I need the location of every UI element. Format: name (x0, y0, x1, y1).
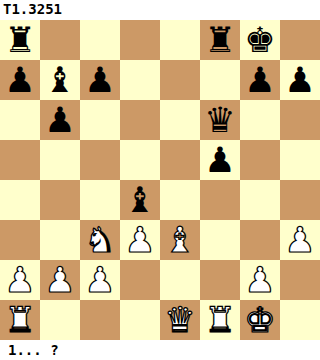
square-c5[interactable] (80, 140, 120, 180)
square-b1[interactable] (40, 300, 80, 340)
square-f1[interactable]: ♜ (200, 300, 240, 340)
white-king-g1[interactable]: ♚ (240, 300, 280, 340)
square-d4[interactable]: ♝ (120, 180, 160, 220)
square-c8[interactable] (80, 20, 120, 60)
square-b6[interactable]: ♟ (40, 100, 80, 140)
square-b2[interactable]: ♟ (40, 260, 80, 300)
square-c6[interactable] (80, 100, 120, 140)
square-d2[interactable] (120, 260, 160, 300)
square-e5[interactable] (160, 140, 200, 180)
black-pawn-b6[interactable]: ♟ (40, 100, 80, 140)
black-rook-f8[interactable]: ♜ (200, 20, 240, 60)
square-a2[interactable]: ♟ (0, 260, 40, 300)
square-f4[interactable] (200, 180, 240, 220)
square-c1[interactable] (80, 300, 120, 340)
square-c2[interactable]: ♟ (80, 260, 120, 300)
white-pawn-d3[interactable]: ♟ (120, 220, 160, 260)
black-pawn-a7[interactable]: ♟ (0, 60, 40, 100)
square-d7[interactable] (120, 60, 160, 100)
square-g4[interactable] (240, 180, 280, 220)
square-a5[interactable] (0, 140, 40, 180)
square-g3[interactable] (240, 220, 280, 260)
black-bishop-b7[interactable]: ♝ (40, 60, 80, 100)
square-h1[interactable] (280, 300, 320, 340)
square-h3[interactable]: ♟ (280, 220, 320, 260)
square-f8[interactable]: ♜ (200, 20, 240, 60)
white-bishop-e3[interactable]: ♝ (160, 220, 200, 260)
white-pawn-b2[interactable]: ♟ (40, 260, 80, 300)
square-b5[interactable] (40, 140, 80, 180)
square-e1[interactable]: ♛ (160, 300, 200, 340)
square-d5[interactable] (120, 140, 160, 180)
square-g7[interactable]: ♟ (240, 60, 280, 100)
square-d3[interactable]: ♟ (120, 220, 160, 260)
diagram-title: T1.3251 (0, 0, 320, 20)
black-pawn-h7[interactable]: ♟ (280, 60, 320, 100)
black-pawn-g7[interactable]: ♟ (240, 60, 280, 100)
square-h5[interactable] (280, 140, 320, 180)
square-d8[interactable] (120, 20, 160, 60)
square-g5[interactable] (240, 140, 280, 180)
square-f7[interactable] (200, 60, 240, 100)
square-a4[interactable] (0, 180, 40, 220)
square-g2[interactable]: ♟ (240, 260, 280, 300)
square-a3[interactable] (0, 220, 40, 260)
square-e2[interactable] (160, 260, 200, 300)
white-pawn-a2[interactable]: ♟ (0, 260, 40, 300)
black-rook-a8[interactable]: ♜ (0, 20, 40, 60)
square-h4[interactable] (280, 180, 320, 220)
square-b4[interactable] (40, 180, 80, 220)
white-knight-c3[interactable]: ♞ (80, 220, 120, 260)
white-pawn-g2[interactable]: ♟ (240, 260, 280, 300)
chess-board: ♜♜♚♟♝♟♟♟♟♛♟♝♞♟♝♟♟♟♟♟♜♛♜♚ (0, 20, 320, 340)
square-g1[interactable]: ♚ (240, 300, 280, 340)
chess-diagram: T1.3251 ♜♜♚♟♝♟♟♟♟♛♟♝♞♟♝♟♟♟♟♟♜♛♜♚ 1... ? (0, 0, 320, 360)
white-pawn-h3[interactable]: ♟ (280, 220, 320, 260)
square-g6[interactable] (240, 100, 280, 140)
square-f3[interactable] (200, 220, 240, 260)
white-pawn-c2[interactable]: ♟ (80, 260, 120, 300)
square-h8[interactable] (280, 20, 320, 60)
square-h7[interactable]: ♟ (280, 60, 320, 100)
square-b7[interactable]: ♝ (40, 60, 80, 100)
white-queen-e1[interactable]: ♛ (160, 300, 200, 340)
square-a8[interactable]: ♜ (0, 20, 40, 60)
square-e4[interactable] (160, 180, 200, 220)
square-c3[interactable]: ♞ (80, 220, 120, 260)
square-e8[interactable] (160, 20, 200, 60)
square-a7[interactable]: ♟ (0, 60, 40, 100)
black-pawn-f5[interactable]: ♟ (200, 140, 240, 180)
square-a1[interactable]: ♜ (0, 300, 40, 340)
square-e6[interactable] (160, 100, 200, 140)
square-h2[interactable] (280, 260, 320, 300)
square-c7[interactable]: ♟ (80, 60, 120, 100)
square-c4[interactable] (80, 180, 120, 220)
black-pawn-c7[interactable]: ♟ (80, 60, 120, 100)
square-b8[interactable] (40, 20, 80, 60)
square-e7[interactable] (160, 60, 200, 100)
black-king-g8[interactable]: ♚ (240, 20, 280, 60)
white-rook-f1[interactable]: ♜ (200, 300, 240, 340)
black-bishop-d4[interactable]: ♝ (120, 180, 160, 220)
square-f5[interactable]: ♟ (200, 140, 240, 180)
white-rook-a1[interactable]: ♜ (0, 300, 40, 340)
square-f6[interactable]: ♛ (200, 100, 240, 140)
square-g8[interactable]: ♚ (240, 20, 280, 60)
square-h6[interactable] (280, 100, 320, 140)
move-prompt: 1... ? (0, 340, 320, 360)
square-a6[interactable] (0, 100, 40, 140)
black-queen-f6[interactable]: ♛ (200, 100, 240, 140)
square-b3[interactable] (40, 220, 80, 260)
square-f2[interactable] (200, 260, 240, 300)
square-e3[interactable]: ♝ (160, 220, 200, 260)
square-d6[interactable] (120, 100, 160, 140)
square-d1[interactable] (120, 300, 160, 340)
